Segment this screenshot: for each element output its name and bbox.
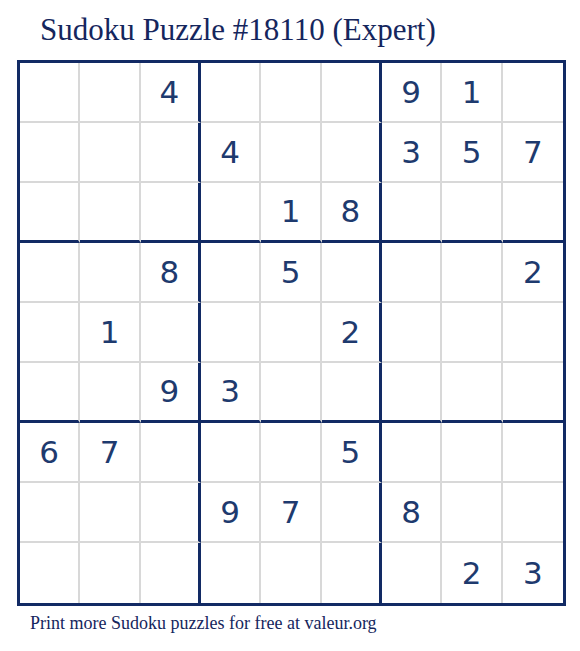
cell-r4c8[interactable] xyxy=(442,243,502,303)
cell-r9c8-given: 2 xyxy=(442,543,502,603)
cell-r7c8[interactable] xyxy=(442,423,502,483)
cell-r5c7[interactable] xyxy=(382,303,442,363)
cell-r7c1-given: 6 xyxy=(20,423,80,483)
cell-r1c9[interactable] xyxy=(503,63,563,123)
cell-r6c9[interactable] xyxy=(503,363,563,423)
cell-r3c9[interactable] xyxy=(503,183,563,243)
cell-r2c9-given: 7 xyxy=(503,123,563,183)
cell-r6c5[interactable] xyxy=(261,363,321,423)
cell-r7c4[interactable] xyxy=(201,423,261,483)
cell-r3c3[interactable] xyxy=(141,183,201,243)
cell-r2c8-given: 5 xyxy=(442,123,502,183)
cell-r3c5-given: 1 xyxy=(261,183,321,243)
cell-r9c9-given: 3 xyxy=(503,543,563,603)
cell-r5c9[interactable] xyxy=(503,303,563,363)
cell-r8c9[interactable] xyxy=(503,483,563,543)
cell-r5c6-given: 2 xyxy=(322,303,382,363)
cell-r2c1[interactable] xyxy=(20,123,80,183)
cell-r6c7[interactable] xyxy=(382,363,442,423)
cell-r1c7-given: 9 xyxy=(382,63,442,123)
cell-r1c8-given: 1 xyxy=(442,63,502,123)
cell-r4c4[interactable] xyxy=(201,243,261,303)
cell-r3c6-given: 8 xyxy=(322,183,382,243)
cell-r2c6[interactable] xyxy=(322,123,382,183)
cell-r5c4[interactable] xyxy=(201,303,261,363)
cell-r6c8[interactable] xyxy=(442,363,502,423)
cell-r7c9[interactable] xyxy=(503,423,563,483)
cell-r9c1[interactable] xyxy=(20,543,80,603)
cell-r6c6[interactable] xyxy=(322,363,382,423)
cell-r8c4-given: 9 xyxy=(201,483,261,543)
cell-r5c3[interactable] xyxy=(141,303,201,363)
cell-r9c4[interactable] xyxy=(201,543,261,603)
cell-r3c8[interactable] xyxy=(442,183,502,243)
cell-r5c8[interactable] xyxy=(442,303,502,363)
cell-r9c7[interactable] xyxy=(382,543,442,603)
cell-r1c4[interactable] xyxy=(201,63,261,123)
cell-r7c2-given: 7 xyxy=(80,423,140,483)
cell-r1c2[interactable] xyxy=(80,63,140,123)
cell-r2c4-given: 4 xyxy=(201,123,261,183)
cell-r5c5[interactable] xyxy=(261,303,321,363)
cell-r9c5[interactable] xyxy=(261,543,321,603)
cell-r9c3[interactable] xyxy=(141,543,201,603)
cell-r4c9-given: 2 xyxy=(503,243,563,303)
cell-r7c3[interactable] xyxy=(141,423,201,483)
cell-r6c2[interactable] xyxy=(80,363,140,423)
cell-r6c1[interactable] xyxy=(20,363,80,423)
page-title: Sudoku Puzzle #18110 (Expert) xyxy=(40,13,436,47)
cell-r1c6[interactable] xyxy=(322,63,382,123)
cell-r6c3-given: 9 xyxy=(141,363,201,423)
cell-r4c2[interactable] xyxy=(80,243,140,303)
cell-r3c1[interactable] xyxy=(20,183,80,243)
cell-r1c3-given: 4 xyxy=(141,63,201,123)
cell-r2c5[interactable] xyxy=(261,123,321,183)
cell-r9c2[interactable] xyxy=(80,543,140,603)
cell-r4c5-given: 5 xyxy=(261,243,321,303)
cell-r8c7-given: 8 xyxy=(382,483,442,543)
cell-r1c5[interactable] xyxy=(261,63,321,123)
sudoku-board: 491435718852129367597823 xyxy=(17,60,566,606)
cell-r4c1[interactable] xyxy=(20,243,80,303)
cell-r8c6[interactable] xyxy=(322,483,382,543)
cell-r4c7[interactable] xyxy=(382,243,442,303)
cell-r8c8[interactable] xyxy=(442,483,502,543)
cell-r7c6-given: 5 xyxy=(322,423,382,483)
cell-r5c1[interactable] xyxy=(20,303,80,363)
cell-r5c2-given: 1 xyxy=(80,303,140,363)
footer-text: Print more Sudoku puzzles for free at va… xyxy=(30,613,377,634)
cell-r8c1[interactable] xyxy=(20,483,80,543)
cell-r1c1[interactable] xyxy=(20,63,80,123)
cell-r8c2[interactable] xyxy=(80,483,140,543)
cell-r2c2[interactable] xyxy=(80,123,140,183)
cell-r2c7-given: 3 xyxy=(382,123,442,183)
cell-r6c4-given: 3 xyxy=(201,363,261,423)
cell-r3c7[interactable] xyxy=(382,183,442,243)
cell-r9c6[interactable] xyxy=(322,543,382,603)
cell-r8c5-given: 7 xyxy=(261,483,321,543)
cell-r4c3-given: 8 xyxy=(141,243,201,303)
cell-r8c3[interactable] xyxy=(141,483,201,543)
cell-r4c6[interactable] xyxy=(322,243,382,303)
cell-r7c5[interactable] xyxy=(261,423,321,483)
cell-r3c2[interactable] xyxy=(80,183,140,243)
cell-r2c3[interactable] xyxy=(141,123,201,183)
cell-r7c7[interactable] xyxy=(382,423,442,483)
cell-r3c4[interactable] xyxy=(201,183,261,243)
